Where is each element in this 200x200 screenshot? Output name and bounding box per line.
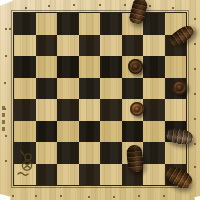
square-g8[interactable]	[143, 13, 165, 35]
frame-peg-hole	[172, 7, 174, 9]
square-b3[interactable]	[36, 121, 58, 143]
square-d1[interactable]	[79, 164, 101, 186]
square-g1[interactable]	[143, 164, 165, 186]
frame-peg-hole	[12, 195, 14, 197]
square-e5[interactable]	[100, 78, 122, 100]
square-f7[interactable]	[122, 35, 144, 57]
frame-peg-hole	[99, 4, 101, 6]
square-b7[interactable]	[36, 35, 58, 57]
frame-peg-hole	[163, 195, 165, 197]
frame-peg-hole	[113, 196, 115, 198]
frame-peg-hole	[194, 166, 196, 168]
square-b6[interactable]	[36, 56, 58, 78]
square-a4[interactable]	[14, 99, 36, 121]
square-c4[interactable]	[57, 99, 79, 121]
board-photo	[0, 0, 200, 200]
piece-fallen-pawn-h1[interactable]	[163, 163, 196, 192]
square-b4[interactable]	[36, 99, 58, 121]
photo-corner-bottom-right	[194, 195, 200, 200]
piece-standing-pawn-f4[interactable]	[130, 102, 144, 116]
square-c1[interactable]	[57, 164, 79, 186]
frame-stamp-mark	[2, 120, 5, 124]
square-c5[interactable]	[57, 78, 79, 100]
maker-stamp	[15, 149, 41, 179]
square-h2[interactable]	[165, 142, 187, 164]
frame-peg-hole	[48, 5, 50, 7]
square-d6[interactable]	[79, 56, 101, 78]
frame-stamp-mark	[2, 113, 5, 117]
frame-peg-hole	[60, 195, 62, 197]
piece-fallen-pawn-f2[interactable]	[126, 144, 144, 172]
square-g7[interactable]	[143, 35, 165, 57]
frame-peg-hole	[194, 143, 196, 145]
square-h4[interactable]	[165, 99, 187, 121]
square-e6[interactable]	[100, 56, 122, 78]
square-d5[interactable]	[79, 78, 101, 100]
photo-corner-top-left	[0, 0, 13, 7]
piece-standing-pawn-f6[interactable]	[128, 59, 143, 74]
square-g4[interactable]	[143, 99, 165, 121]
square-g2[interactable]	[143, 142, 165, 164]
frame-peg-hole	[194, 68, 196, 70]
frame-peg-hole	[5, 55, 7, 57]
frame-peg-hole	[88, 196, 90, 198]
square-e4[interactable]	[100, 99, 122, 121]
square-h6[interactable]	[165, 56, 187, 78]
frame-stamp-mark	[2, 127, 5, 131]
frame-peg-hole	[73, 4, 75, 6]
square-d8[interactable]	[79, 13, 101, 35]
square-c6[interactable]	[57, 56, 79, 78]
square-e3[interactable]	[100, 121, 122, 143]
square-d4[interactable]	[79, 99, 101, 121]
frame-peg-hole	[5, 135, 7, 137]
square-c3[interactable]	[57, 121, 79, 143]
frame-peg-hole	[5, 160, 7, 162]
photo-corner-bottom-left	[0, 193, 11, 200]
square-a5[interactable]	[14, 78, 36, 100]
square-c2[interactable]	[57, 142, 79, 164]
square-c8[interactable]	[57, 13, 79, 35]
square-e8[interactable]	[100, 13, 122, 35]
frame-peg-hole	[194, 43, 196, 45]
frame-peg-hole	[194, 118, 196, 120]
frame-peg-hole	[138, 195, 140, 197]
square-f5[interactable]	[122, 78, 144, 100]
frame-peg-hole	[149, 5, 151, 7]
piece-standing-pawn-h5[interactable]	[172, 80, 187, 95]
square-b5[interactable]	[36, 78, 58, 100]
frame-peg-hole	[25, 7, 27, 9]
square-g5[interactable]	[143, 78, 165, 100]
frame-peg-hole	[35, 195, 37, 197]
square-e2[interactable]	[100, 142, 122, 164]
square-d7[interactable]	[79, 35, 101, 57]
square-a6[interactable]	[14, 56, 36, 78]
frame-peg-hole	[124, 4, 126, 6]
square-a3[interactable]	[14, 121, 36, 143]
square-g6[interactable]	[143, 56, 165, 78]
frame-peg-hole	[194, 93, 196, 95]
square-a8[interactable]	[14, 13, 36, 35]
square-d2[interactable]	[79, 142, 101, 164]
square-e7[interactable]	[100, 35, 122, 57]
frame-stamp-mark	[2, 106, 5, 110]
square-f3[interactable]	[122, 121, 144, 143]
frame-peg-hole	[5, 28, 7, 30]
frame-peg-hole	[4, 82, 6, 84]
square-e1[interactable]	[100, 164, 122, 186]
square-a7[interactable]	[14, 35, 36, 57]
square-d3[interactable]	[79, 121, 101, 143]
frame-peg-hole	[194, 18, 196, 20]
square-c7[interactable]	[57, 35, 79, 57]
frame-peg-hole	[9, 28, 11, 30]
square-g3[interactable]	[143, 121, 165, 143]
square-b8[interactable]	[36, 13, 58, 35]
